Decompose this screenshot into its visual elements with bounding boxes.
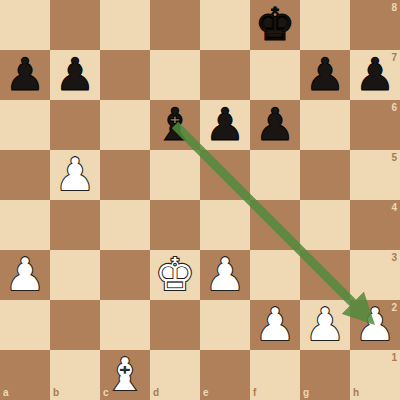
square-g8[interactable] [300,0,350,50]
square-h5[interactable]: 5 [350,150,400,200]
square-b3[interactable] [50,250,100,300]
square-c5[interactable] [100,150,150,200]
file-label-d: d [153,388,159,398]
white-pawn[interactable]: ♟ [255,300,295,350]
square-f6[interactable]: ♟ [250,100,300,150]
square-c7[interactable] [100,50,150,100]
square-c2[interactable] [100,300,150,350]
black-pawn[interactable]: ♟ [205,100,245,150]
square-e8[interactable] [200,0,250,50]
square-c6[interactable] [100,100,150,150]
square-f4[interactable] [250,200,300,250]
square-h3[interactable]: 3 [350,250,400,300]
square-f2[interactable]: ♟ [250,300,300,350]
white-pawn[interactable]: ♟ [355,300,395,350]
square-f8[interactable]: ♚ [250,0,300,50]
square-h8[interactable]: 8 [350,0,400,50]
white-bishop[interactable]: ♝ [105,350,145,400]
file-label-g: g [303,388,309,398]
file-label-a: a [3,388,9,398]
square-b6[interactable] [50,100,100,150]
black-king[interactable]: ♚ [255,0,295,50]
square-g3[interactable] [300,250,350,300]
square-d6[interactable]: ♝ [150,100,200,150]
square-d5[interactable] [150,150,200,200]
square-a4[interactable] [0,200,50,250]
square-g1[interactable]: g [300,350,350,400]
white-pawn[interactable]: ♟ [305,300,345,350]
square-b5[interactable]: ♟ [50,150,100,200]
square-e3[interactable]: ♟ [200,250,250,300]
square-d7[interactable] [150,50,200,100]
square-d4[interactable] [150,200,200,250]
square-f7[interactable] [250,50,300,100]
white-king[interactable]: ♚ [155,250,195,300]
rank-label-5: 5 [391,153,397,163]
file-label-f: f [253,388,256,398]
rank-label-4: 4 [391,203,397,213]
white-pawn[interactable]: ♟ [5,250,45,300]
square-d1[interactable]: d [150,350,200,400]
square-c8[interactable] [100,0,150,50]
square-h2[interactable]: 2♟ [350,300,400,350]
square-h1[interactable]: h1 [350,350,400,400]
file-label-b: b [53,388,59,398]
square-e4[interactable] [200,200,250,250]
square-h6[interactable]: 6 [350,100,400,150]
square-a1[interactable]: a [0,350,50,400]
white-pawn[interactable]: ♟ [205,250,245,300]
square-h4[interactable]: 4 [350,200,400,250]
square-d8[interactable] [150,0,200,50]
square-e5[interactable] [200,150,250,200]
square-c1[interactable]: c♝ [100,350,150,400]
square-b7[interactable]: ♟ [50,50,100,100]
square-e1[interactable]: e [200,350,250,400]
square-d3[interactable]: ♚ [150,250,200,300]
black-pawn[interactable]: ♟ [305,50,345,100]
square-c4[interactable] [100,200,150,250]
chess-board: ♚8♟♟♟7♟♝♟♟6♟54♟♚♟3♟♟2♟abc♝defgh1 [0,0,400,400]
square-e7[interactable] [200,50,250,100]
square-a8[interactable] [0,0,50,50]
square-a7[interactable]: ♟ [0,50,50,100]
black-bishop[interactable]: ♝ [155,100,195,150]
square-g4[interactable] [300,200,350,250]
square-a2[interactable] [0,300,50,350]
rank-label-6: 6 [391,103,397,113]
rank-label-8: 8 [391,3,397,13]
black-pawn[interactable]: ♟ [355,50,395,100]
square-b8[interactable] [50,0,100,50]
rank-label-3: 3 [391,253,397,263]
square-e6[interactable]: ♟ [200,100,250,150]
black-pawn[interactable]: ♟ [5,50,45,100]
square-f5[interactable] [250,150,300,200]
square-b2[interactable] [50,300,100,350]
black-pawn[interactable]: ♟ [55,50,95,100]
file-label-e: e [203,388,209,398]
square-h7[interactable]: 7♟ [350,50,400,100]
square-d2[interactable] [150,300,200,350]
rank-label-1: 1 [391,353,397,363]
square-a3[interactable]: ♟ [0,250,50,300]
square-g2[interactable]: ♟ [300,300,350,350]
square-g6[interactable] [300,100,350,150]
file-label-h: h [353,388,359,398]
square-b4[interactable] [50,200,100,250]
square-a5[interactable] [0,150,50,200]
square-f3[interactable] [250,250,300,300]
chess-app: ♚8♟♟♟7♟♝♟♟6♟54♟♚♟3♟♟2♟abc♝defgh1 [0,0,400,400]
square-c3[interactable] [100,250,150,300]
square-g5[interactable] [300,150,350,200]
white-pawn[interactable]: ♟ [55,150,95,200]
square-g7[interactable]: ♟ [300,50,350,100]
black-pawn[interactable]: ♟ [255,100,295,150]
square-f1[interactable]: f [250,350,300,400]
square-a6[interactable] [0,100,50,150]
square-b1[interactable]: b [50,350,100,400]
square-e2[interactable] [200,300,250,350]
